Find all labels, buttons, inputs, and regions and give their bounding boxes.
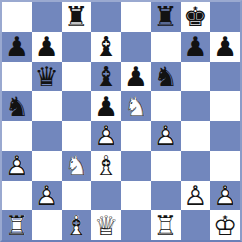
square-c4[interactable] xyxy=(62,121,92,151)
square-c6[interactable] xyxy=(62,62,92,92)
square-b5[interactable] xyxy=(32,91,62,121)
square-d8[interactable] xyxy=(91,2,121,32)
square-e7[interactable] xyxy=(121,32,151,62)
square-d6[interactable]: ♝ xyxy=(91,62,121,92)
square-f1[interactable]: ♜♖ xyxy=(151,210,181,240)
piece-white-pawn: ♟♙ xyxy=(32,181,62,211)
square-f5[interactable] xyxy=(151,91,181,121)
square-e6[interactable]: ♟ xyxy=(121,62,151,92)
piece-black-rook: ♜ xyxy=(62,2,92,32)
piece-white-bishop: ♝♗ xyxy=(62,210,92,240)
piece-black-pawn: ♟ xyxy=(91,91,121,121)
piece-white-knight: ♞♘ xyxy=(62,151,92,181)
square-g2[interactable]: ♟♙ xyxy=(181,181,211,211)
piece-black-pawn: ♟ xyxy=(121,62,151,92)
square-e5[interactable]: ♞♘ xyxy=(121,91,151,121)
square-g3[interactable] xyxy=(181,151,211,181)
square-b3[interactable] xyxy=(32,151,62,181)
piece-white-queen: ♛♕ xyxy=(91,210,121,240)
square-h1[interactable]: ♚♔ xyxy=(210,210,240,240)
square-e2[interactable] xyxy=(121,181,151,211)
square-g6[interactable] xyxy=(181,62,211,92)
piece-white-pawn: ♟♙ xyxy=(2,151,32,181)
piece-black-bishop: ♝ xyxy=(91,32,121,62)
piece-white-pawn: ♟♙ xyxy=(210,181,240,211)
square-a4[interactable] xyxy=(2,121,32,151)
square-b1[interactable] xyxy=(32,210,62,240)
piece-black-bishop: ♝ xyxy=(91,62,121,92)
square-d2[interactable] xyxy=(91,181,121,211)
square-h4[interactable] xyxy=(210,121,240,151)
square-b4[interactable] xyxy=(32,121,62,151)
square-d5[interactable]: ♟ xyxy=(91,91,121,121)
piece-white-king: ♚♔ xyxy=(210,210,240,240)
piece-black-pawn: ♟ xyxy=(32,32,62,62)
square-c1[interactable]: ♝♗ xyxy=(62,210,92,240)
square-g4[interactable] xyxy=(181,121,211,151)
square-b2[interactable]: ♟♙ xyxy=(32,181,62,211)
piece-white-pawn: ♟♙ xyxy=(151,121,181,151)
square-d7[interactable]: ♝ xyxy=(91,32,121,62)
piece-black-knight: ♞ xyxy=(2,91,32,121)
square-b7[interactable]: ♟ xyxy=(32,32,62,62)
piece-white-pawn: ♟♙ xyxy=(181,181,211,211)
square-g1[interactable] xyxy=(181,210,211,240)
chess-board: ♜♜♚♟♟♝♟♟♛♝♟♞♞♟♞♘♟♙♟♙♟♙♞♘♝♗♟♙♟♙♟♙♜♖♝♗♛♕♜♖… xyxy=(0,0,242,242)
square-e8[interactable] xyxy=(121,2,151,32)
square-f8[interactable]: ♜ xyxy=(151,2,181,32)
square-d1[interactable]: ♛♕ xyxy=(91,210,121,240)
square-e1[interactable] xyxy=(121,210,151,240)
square-h7[interactable]: ♟ xyxy=(210,32,240,62)
piece-white-bishop: ♝♗ xyxy=(91,151,121,181)
piece-white-pawn: ♟♙ xyxy=(91,121,121,151)
square-h3[interactable] xyxy=(210,151,240,181)
square-f4[interactable]: ♟♙ xyxy=(151,121,181,151)
square-f2[interactable] xyxy=(151,181,181,211)
square-b8[interactable] xyxy=(32,2,62,32)
square-g5[interactable] xyxy=(181,91,211,121)
square-c8[interactable]: ♜ xyxy=(62,2,92,32)
square-f7[interactable] xyxy=(151,32,181,62)
square-f3[interactable] xyxy=(151,151,181,181)
square-f6[interactable]: ♞ xyxy=(151,62,181,92)
square-e4[interactable] xyxy=(121,121,151,151)
square-a8[interactable] xyxy=(2,2,32,32)
square-a5[interactable]: ♞ xyxy=(2,91,32,121)
chess-board-grid: ♜♜♚♟♟♝♟♟♛♝♟♞♞♟♞♘♟♙♟♙♟♙♞♘♝♗♟♙♟♙♟♙♜♖♝♗♛♕♜♖… xyxy=(2,2,240,240)
square-a6[interactable] xyxy=(2,62,32,92)
square-h6[interactable] xyxy=(210,62,240,92)
piece-white-rook: ♜♖ xyxy=(151,210,181,240)
piece-white-rook: ♜♖ xyxy=(2,210,32,240)
square-a2[interactable] xyxy=(2,181,32,211)
square-d3[interactable]: ♝♗ xyxy=(91,151,121,181)
square-e3[interactable] xyxy=(121,151,151,181)
square-d4[interactable]: ♟♙ xyxy=(91,121,121,151)
piece-white-knight: ♞♘ xyxy=(121,91,151,121)
piece-black-king: ♚ xyxy=(181,2,211,32)
piece-black-rook: ♜ xyxy=(151,2,181,32)
square-c7[interactable] xyxy=(62,32,92,62)
square-h8[interactable] xyxy=(210,2,240,32)
square-g8[interactable]: ♚ xyxy=(181,2,211,32)
square-h2[interactable]: ♟♙ xyxy=(210,181,240,211)
square-a3[interactable]: ♟♙ xyxy=(2,151,32,181)
square-c5[interactable] xyxy=(62,91,92,121)
piece-black-pawn: ♟ xyxy=(2,32,32,62)
square-a1[interactable]: ♜♖ xyxy=(2,210,32,240)
piece-black-queen: ♛ xyxy=(32,62,62,92)
piece-black-pawn: ♟ xyxy=(181,32,211,62)
piece-black-pawn: ♟ xyxy=(210,32,240,62)
square-h5[interactable] xyxy=(210,91,240,121)
square-g7[interactable]: ♟ xyxy=(181,32,211,62)
square-c3[interactable]: ♞♘ xyxy=(62,151,92,181)
square-a7[interactable]: ♟ xyxy=(2,32,32,62)
square-c2[interactable] xyxy=(62,181,92,211)
square-b6[interactable]: ♛ xyxy=(32,62,62,92)
piece-black-knight: ♞ xyxy=(151,62,181,92)
